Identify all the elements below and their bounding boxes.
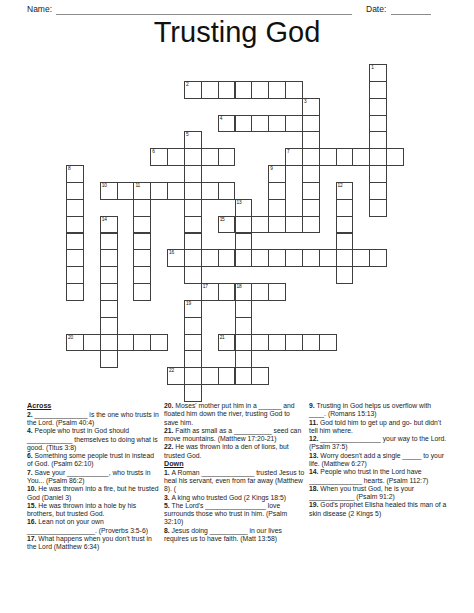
clue-item-number: 14. bbox=[309, 468, 320, 475]
clue-item: 20. Moses' mother put him in a ______ an… bbox=[164, 402, 305, 427]
clue-item-number: 19. bbox=[309, 501, 320, 508]
clue-item-number: 20. bbox=[164, 402, 175, 409]
grid-cell[interactable] bbox=[184, 233, 202, 251]
clue-item-number: 2. bbox=[27, 411, 35, 418]
grid-cell[interactable]: 1 bbox=[369, 64, 387, 82]
grid-cell[interactable]: 12 bbox=[336, 182, 354, 200]
grid-cell[interactable]: 15 bbox=[218, 216, 236, 234]
grid-cell[interactable] bbox=[285, 249, 303, 267]
grid-cell[interactable] bbox=[83, 334, 101, 352]
clue-item: 15. He was thrown into a hole by his bro… bbox=[27, 502, 159, 519]
clue-item: 1. A Roman ______________ trusted Jesus … bbox=[164, 469, 305, 494]
grid-cell[interactable] bbox=[251, 249, 269, 267]
grid-cell[interactable] bbox=[184, 367, 202, 385]
grid-cell[interactable] bbox=[302, 182, 320, 200]
clue-item-number: 12. bbox=[309, 435, 320, 442]
clue-item-number: 16. bbox=[27, 518, 38, 525]
grid-cell[interactable]: 3 bbox=[302, 98, 320, 116]
clue-item: 12. ________________ your way to the Lor… bbox=[309, 435, 449, 452]
grid-cell[interactable]: 17 bbox=[201, 283, 219, 301]
clue-number: 2 bbox=[186, 82, 188, 87]
grid-cell[interactable] bbox=[218, 182, 236, 200]
grid-cell[interactable] bbox=[285, 81, 303, 99]
grid-cell[interactable] bbox=[133, 249, 151, 267]
grid-cell[interactable] bbox=[218, 283, 236, 301]
grid-cell[interactable] bbox=[117, 182, 135, 200]
grid-cell[interactable] bbox=[268, 81, 286, 99]
grid-cell[interactable] bbox=[184, 350, 202, 368]
grid-cell[interactable] bbox=[66, 182, 84, 200]
grid-cell[interactable] bbox=[201, 367, 219, 385]
clue-item: 7. Save your ___________, who trusts in … bbox=[27, 469, 159, 486]
grid-cell[interactable] bbox=[184, 317, 202, 335]
grid-cell[interactable] bbox=[100, 249, 118, 267]
grid-cell[interactable] bbox=[184, 216, 202, 234]
grid-cell[interactable] bbox=[302, 115, 320, 133]
grid-cell[interactable] bbox=[302, 216, 320, 234]
clues-column-3: 9. Trusting in God helps us overflow wit… bbox=[309, 402, 449, 518]
grid-cell[interactable] bbox=[336, 266, 354, 284]
name-input-line[interactable] bbox=[56, 4, 352, 15]
clue-number: 4 bbox=[220, 116, 222, 121]
grid-cell[interactable] bbox=[369, 148, 387, 166]
grid-cell[interactable] bbox=[184, 334, 202, 352]
grid-cell[interactable] bbox=[167, 182, 185, 200]
clue-item-number: 6. bbox=[27, 452, 35, 459]
grid-cell[interactable]: 22 bbox=[167, 367, 185, 385]
grid-cell[interactable]: 16 bbox=[167, 249, 185, 267]
grid-cell[interactable] bbox=[184, 199, 202, 217]
grid-cell[interactable] bbox=[150, 334, 168, 352]
grid-cell[interactable] bbox=[133, 334, 151, 352]
clue-item: 11. God told him to get up and go- but d… bbox=[309, 419, 449, 436]
grid-cell[interactable] bbox=[184, 165, 202, 183]
clue-number: 1 bbox=[371, 65, 373, 70]
grid-cell[interactable] bbox=[302, 334, 320, 352]
clue-item-number: 21. bbox=[164, 427, 175, 434]
grid-cell[interactable] bbox=[319, 334, 337, 352]
clues-section-heading: Down bbox=[164, 460, 305, 469]
grid-cell[interactable] bbox=[218, 148, 236, 166]
grid-cell[interactable] bbox=[302, 165, 320, 183]
grid-cell[interactable] bbox=[133, 233, 151, 251]
clues-column-2: 20. Moses' mother put him in a ______ an… bbox=[164, 402, 305, 543]
grid-cell[interactable] bbox=[218, 81, 236, 99]
clue-item: 19. God's prophet Elisha healed this man… bbox=[309, 501, 449, 518]
grid-cell[interactable] bbox=[369, 249, 387, 267]
grid-cell[interactable] bbox=[319, 249, 337, 267]
clue-item: 13. Worry doesn't add a single _____ to … bbox=[309, 452, 449, 469]
grid-cell[interactable]: 14 bbox=[100, 216, 118, 234]
clue-item-number: 9. bbox=[309, 402, 317, 409]
grid-cell[interactable] bbox=[251, 115, 269, 133]
clues-section-heading: Across bbox=[27, 402, 159, 411]
clue-item: 14. People who trust in the Lord have __… bbox=[309, 468, 449, 485]
crossword-grid: 12345678910111213141516171819202122 bbox=[66, 64, 406, 404]
grid-cell[interactable] bbox=[268, 249, 286, 267]
grid-cell[interactable]: 13 bbox=[235, 199, 253, 217]
grid-cell[interactable] bbox=[235, 216, 253, 234]
grid-cell[interactable] bbox=[201, 81, 219, 99]
grid-cell[interactable] bbox=[251, 81, 269, 99]
clue-item-number: 15. bbox=[27, 502, 38, 509]
clue-item-number: 22. bbox=[164, 443, 175, 450]
clue-item: 9. Trusting in God helps us overflow wit… bbox=[309, 402, 449, 419]
grid-cell[interactable] bbox=[268, 199, 286, 217]
grid-cell[interactable] bbox=[285, 334, 303, 352]
grid-cell[interactable] bbox=[302, 131, 320, 149]
grid-cell[interactable] bbox=[66, 199, 84, 217]
grid-cell[interactable]: 2 bbox=[184, 81, 202, 99]
clue-number: 21 bbox=[220, 335, 225, 340]
clues-column-1: Across2. ______________ is the one who t… bbox=[27, 402, 159, 552]
grid-cell[interactable] bbox=[235, 350, 253, 368]
grid-cell[interactable] bbox=[201, 249, 219, 267]
grid-cell[interactable] bbox=[369, 182, 387, 200]
grid-cell[interactable] bbox=[66, 233, 84, 251]
clue-item-number: 17. bbox=[27, 535, 38, 542]
clue-item-number: 8. bbox=[164, 527, 172, 534]
grid-cell[interactable] bbox=[268, 216, 286, 234]
grid-cell[interactable] bbox=[235, 300, 253, 318]
grid-cell[interactable]: 9 bbox=[268, 165, 286, 183]
grid-cell[interactable] bbox=[184, 384, 202, 402]
grid-cell[interactable] bbox=[336, 216, 354, 234]
clue-number: 22 bbox=[169, 368, 174, 373]
clue-number: 17 bbox=[203, 284, 208, 289]
grid-cell[interactable] bbox=[100, 266, 118, 284]
grid-cell[interactable] bbox=[66, 283, 84, 301]
grid-cell[interactable] bbox=[184, 148, 202, 166]
grid-cell[interactable] bbox=[66, 249, 84, 267]
clue-number: 7 bbox=[287, 149, 289, 154]
grid-cell[interactable] bbox=[218, 249, 236, 267]
grid-cell[interactable] bbox=[218, 367, 236, 385]
grid-cell[interactable] bbox=[235, 334, 253, 352]
grid-cell[interactable] bbox=[100, 350, 118, 368]
grid-cell[interactable] bbox=[235, 367, 253, 385]
grid-cell[interactable]: 10 bbox=[100, 182, 118, 200]
clue-item-number: 1. bbox=[164, 469, 172, 476]
grid-cell[interactable] bbox=[235, 233, 253, 251]
grid-cell[interactable] bbox=[302, 148, 320, 166]
clue-item: 4. People who trust in God should ______… bbox=[27, 427, 159, 452]
clue-number: 14 bbox=[102, 217, 107, 222]
grid-cell[interactable] bbox=[184, 182, 202, 200]
grid-cell[interactable]: 8 bbox=[66, 165, 84, 183]
clue-number: 10 bbox=[102, 183, 107, 188]
clue-item: 18. When you trust God, he is your _____… bbox=[309, 485, 449, 502]
grid-cell[interactable] bbox=[100, 317, 118, 335]
grid-cell[interactable] bbox=[235, 81, 253, 99]
clue-number: 20 bbox=[68, 335, 73, 340]
grid-cell[interactable] bbox=[285, 115, 303, 133]
grid-cell[interactable] bbox=[336, 199, 354, 217]
grid-cell[interactable] bbox=[133, 216, 151, 234]
clue-number: 11 bbox=[135, 183, 140, 188]
grid-cell[interactable] bbox=[369, 165, 387, 183]
grid-cell[interactable]: 5 bbox=[184, 131, 202, 149]
grid-cell[interactable]: 4 bbox=[218, 115, 236, 133]
clue-item-number: 13. bbox=[309, 452, 320, 459]
grid-cell[interactable]: 11 bbox=[133, 182, 151, 200]
date-input-line[interactable] bbox=[391, 4, 431, 15]
clue-item: 5. The Lord's ________________ love surr… bbox=[164, 502, 305, 527]
clue-item: 2. ______________ is the one who trusts … bbox=[27, 411, 159, 428]
clue-item: 22. He was thrown into a den of lions, b… bbox=[164, 443, 305, 460]
clue-item-number: 11. bbox=[309, 419, 320, 426]
clue-number: 8 bbox=[68, 166, 70, 171]
grid-cell[interactable] bbox=[150, 182, 168, 200]
name-label: Name: bbox=[27, 4, 52, 14]
grid-cell[interactable] bbox=[251, 334, 269, 352]
grid-cell[interactable] bbox=[251, 216, 269, 234]
grid-cell[interactable] bbox=[251, 283, 269, 301]
clue-number: 9 bbox=[270, 166, 272, 171]
grid-cell[interactable] bbox=[201, 148, 219, 166]
grid-cell[interactable] bbox=[100, 334, 118, 352]
clue-item: 6. Something some people trust in instea… bbox=[27, 452, 159, 469]
clue-number: 19 bbox=[186, 301, 191, 306]
grid-cell[interactable] bbox=[352, 148, 370, 166]
grid-cell[interactable] bbox=[369, 199, 387, 217]
grid-cell[interactable] bbox=[66, 216, 84, 234]
clue-number: 16 bbox=[169, 250, 174, 255]
grid-cell[interactable]: 18 bbox=[235, 283, 253, 301]
grid-cell[interactable] bbox=[369, 98, 387, 116]
grid-cell[interactable] bbox=[235, 115, 253, 133]
grid-cell[interactable] bbox=[319, 148, 337, 166]
clue-item-number: 7. bbox=[27, 469, 35, 476]
clue-item-number: 18. bbox=[309, 485, 320, 492]
clue-number: 5 bbox=[186, 132, 188, 137]
date-label: Date: bbox=[366, 4, 386, 14]
worksheet-page: { "game": "crossword", "title": "Trustin… bbox=[0, 0, 474, 613]
clue-number: 15 bbox=[220, 217, 225, 222]
grid-cell[interactable] bbox=[369, 131, 387, 149]
grid-cell[interactable] bbox=[133, 283, 151, 301]
clue-item-number: 5. bbox=[164, 502, 172, 509]
grid-cell[interactable]: 6 bbox=[150, 148, 168, 166]
clue-item-number: 4. bbox=[27, 427, 35, 434]
clue-item-number: 10. bbox=[27, 485, 38, 492]
grid-cell[interactable] bbox=[268, 334, 286, 352]
clue-number: 13 bbox=[237, 200, 242, 205]
grid-cell[interactable] bbox=[302, 199, 320, 217]
grid-cell[interactable]: 7 bbox=[285, 148, 303, 166]
grid-cell[interactable] bbox=[369, 81, 387, 99]
grid-cell[interactable] bbox=[100, 283, 118, 301]
grid-cell[interactable] bbox=[268, 182, 286, 200]
grid-cell[interactable] bbox=[268, 283, 286, 301]
grid-cell[interactable] bbox=[235, 249, 253, 267]
grid-cell[interactable] bbox=[66, 266, 84, 284]
clue-item: 8. Jesus doing __________ in our lives r… bbox=[164, 527, 305, 544]
grid-cell[interactable] bbox=[336, 233, 354, 251]
clue-number: 12 bbox=[338, 183, 343, 188]
grid-cell[interactable] bbox=[117, 334, 135, 352]
clue-number: 6 bbox=[152, 149, 154, 154]
grid-cell[interactable] bbox=[167, 148, 185, 166]
clue-item: 3. A king who trusted God (2 Kings 18:5) bbox=[164, 494, 305, 502]
grid-cell[interactable] bbox=[302, 249, 320, 267]
grid-cell[interactable] bbox=[369, 115, 387, 133]
grid-cell[interactable] bbox=[184, 266, 202, 284]
grid-cell[interactable] bbox=[285, 216, 303, 234]
clue-item: 10. He was thrown into a fire, but he tr… bbox=[27, 485, 159, 502]
grid-cell[interactable] bbox=[235, 317, 253, 335]
grid-cell[interactable] bbox=[201, 182, 219, 200]
clue-item: 16. Lean not on your own _______________… bbox=[27, 518, 159, 535]
page-title: Trusting God bbox=[0, 16, 474, 49]
grid-cell[interactable] bbox=[184, 249, 202, 267]
grid-cell[interactable] bbox=[336, 148, 354, 166]
grid-cell[interactable]: 19 bbox=[184, 300, 202, 318]
grid-cell[interactable] bbox=[100, 233, 118, 251]
clue-number: 18 bbox=[237, 284, 242, 289]
grid-cell[interactable] bbox=[336, 249, 354, 267]
grid-cell[interactable] bbox=[251, 367, 269, 385]
clue-item: 17. What happens when you don't trust in… bbox=[27, 535, 159, 552]
grid-cell[interactable] bbox=[268, 115, 286, 133]
grid-cell[interactable]: 21 bbox=[218, 334, 236, 352]
grid-cell[interactable]: 20 bbox=[66, 334, 84, 352]
clue-item: 21. Faith as small as a __________ seed … bbox=[164, 427, 305, 444]
clue-number: 3 bbox=[304, 99, 306, 104]
grid-cell[interactable] bbox=[133, 199, 151, 217]
grid-cell[interactable] bbox=[133, 266, 151, 284]
grid-cell[interactable] bbox=[100, 300, 118, 318]
clue-item-number: 3. bbox=[164, 494, 172, 501]
grid-cell[interactable] bbox=[352, 249, 370, 267]
grid-cell[interactable] bbox=[386, 148, 404, 166]
